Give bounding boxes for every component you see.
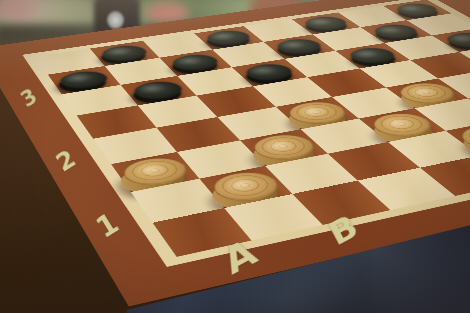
lantern-glow [107, 11, 124, 29]
board-frame-line [22, 0, 470, 266]
board-grid [35, 0, 470, 256]
checkers-photo-scene: 1 2 3 A B [0, 0, 470, 313]
